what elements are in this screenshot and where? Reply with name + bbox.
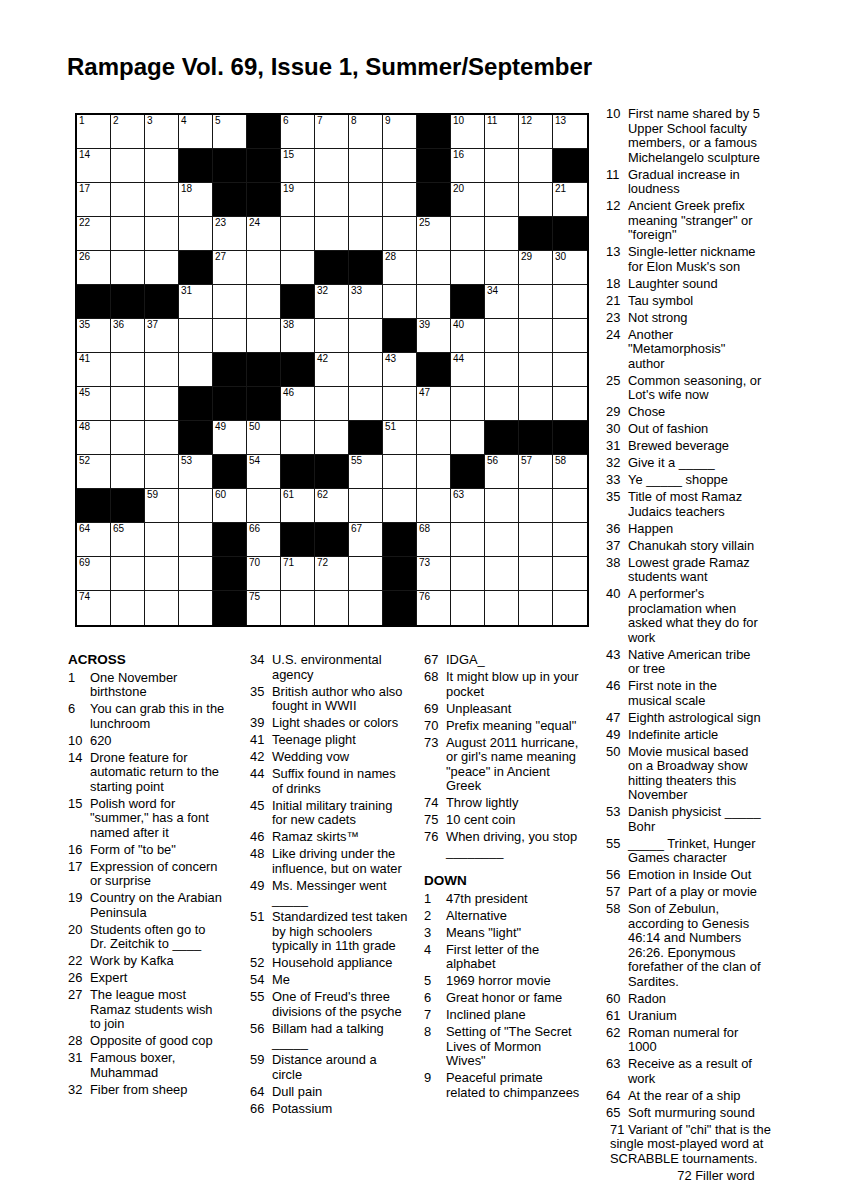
clue-item: 48Like driving under the influence, but … [250, 847, 426, 876]
white-cell[interactable] [281, 591, 315, 625]
white-cell[interactable] [145, 557, 179, 591]
white-cell[interactable] [315, 217, 349, 251]
clue-number: 15 [68, 797, 90, 841]
white-cell[interactable] [485, 523, 519, 557]
white-cell[interactable]: 48 [77, 421, 111, 455]
white-cell[interactable]: 21 [553, 183, 587, 217]
white-cell[interactable] [451, 387, 485, 421]
cell-number: 14 [79, 149, 90, 160]
white-cell[interactable] [247, 251, 281, 285]
clue-number: 33 [606, 473, 628, 488]
clue-text: Ye _____ shoppe [628, 473, 826, 488]
white-cell[interactable] [417, 455, 451, 489]
clue-text: Students often go to Dr. Zeitchik to ___… [90, 923, 248, 952]
white-cell[interactable]: 41 [77, 353, 111, 387]
white-cell[interactable] [519, 557, 553, 591]
white-cell[interactable]: 1 [77, 115, 111, 149]
white-cell[interactable]: 32 [315, 285, 349, 319]
white-cell[interactable] [281, 421, 315, 455]
clue-number: 19 [68, 891, 90, 920]
white-cell[interactable]: 26 [77, 251, 111, 285]
white-cell[interactable] [383, 285, 417, 319]
clue-item: 31Brewed beverage [606, 439, 826, 454]
clue-text: Roman numeral for 1000 [628, 1026, 826, 1055]
clue-item: 56Emotion in Inside Out [606, 868, 826, 883]
black-cell [281, 455, 315, 489]
clue-text: Part of a play or movie [628, 885, 826, 900]
cell-number: 33 [351, 285, 362, 296]
black-cell [213, 353, 247, 387]
white-cell[interactable]: 50 [247, 421, 281, 455]
white-cell[interactable] [383, 217, 417, 251]
clue-number: 70 [424, 719, 446, 734]
clue-number: 1 [424, 892, 446, 907]
clue-item: 6Great honor or fame [424, 991, 602, 1006]
white-cell[interactable]: 58 [553, 455, 587, 489]
white-cell[interactable] [485, 557, 519, 591]
clue-text: You can grab this in the lunchroom [90, 702, 248, 731]
clue-text: Initial military training for new cadets [272, 799, 426, 828]
white-cell[interactable]: 75 [247, 591, 281, 625]
white-cell[interactable] [247, 319, 281, 353]
white-cell[interactable] [451, 591, 485, 625]
white-cell[interactable]: 31 [179, 285, 213, 319]
white-cell[interactable] [485, 251, 519, 285]
white-cell[interactable] [519, 285, 553, 319]
white-cell[interactable] [519, 591, 553, 625]
white-cell[interactable]: 72 [315, 557, 349, 591]
white-cell[interactable]: 38 [281, 319, 315, 353]
white-cell[interactable]: 44 [451, 353, 485, 387]
white-cell[interactable]: 24 [247, 217, 281, 251]
clue-text: First letter of the alphabet [446, 943, 602, 972]
clue-item: 51Standardized test taken by high school… [250, 910, 426, 954]
white-cell[interactable] [179, 489, 213, 523]
white-cell[interactable]: 53 [179, 455, 213, 489]
white-cell[interactable] [315, 387, 349, 421]
clue-number: 4 [424, 943, 446, 972]
white-cell[interactable]: 76 [417, 591, 451, 625]
cell-number: 50 [249, 421, 260, 432]
white-cell[interactable]: 13 [553, 115, 587, 149]
black-cell [179, 421, 213, 455]
cell-number: 13 [555, 115, 566, 126]
white-cell[interactable] [145, 387, 179, 421]
white-cell[interactable] [349, 149, 383, 183]
across-heading: ACROSS [68, 653, 248, 668]
clue-number: 12 [606, 199, 628, 243]
white-cell[interactable]: 62 [315, 489, 349, 523]
white-cell[interactable] [111, 591, 145, 625]
clue-text: When driving, you stop ________ [446, 830, 602, 859]
white-cell[interactable]: 16 [451, 149, 485, 183]
clue-text: Household appliance [272, 956, 426, 971]
black-cell [383, 523, 417, 557]
white-cell[interactable] [485, 217, 519, 251]
clue-item: 20Students often go to Dr. Zeitchik to _… [68, 923, 248, 952]
clue-number: 26 [68, 971, 90, 986]
clue-text: 620 [90, 734, 248, 749]
white-cell[interactable]: 47 [417, 387, 451, 421]
clue-text: Potassium [272, 1102, 426, 1117]
white-cell[interactable] [145, 455, 179, 489]
clue-item: 40A performer's proclamation when asked … [606, 587, 826, 645]
white-cell[interactable]: 49 [213, 421, 247, 455]
clue-number: 64 [606, 1089, 628, 1104]
white-cell[interactable]: 69 [77, 557, 111, 591]
clue-number: 2 [424, 909, 446, 924]
white-cell[interactable]: 37 [145, 319, 179, 353]
white-cell[interactable] [111, 557, 145, 591]
white-cell[interactable]: 45 [77, 387, 111, 421]
white-cell[interactable]: 8 [349, 115, 383, 149]
clue-item: 10620 [68, 734, 248, 749]
clue-item: 54Me [250, 973, 426, 988]
white-cell[interactable]: 71 [281, 557, 315, 591]
white-cell[interactable]: 43 [383, 353, 417, 387]
cell-number: 37 [147, 319, 158, 330]
clue-text: Happen [628, 522, 826, 537]
white-cell[interactable]: 14 [77, 149, 111, 183]
white-cell[interactable] [553, 591, 587, 625]
white-cell[interactable] [145, 591, 179, 625]
white-cell[interactable] [519, 489, 553, 523]
white-cell[interactable] [145, 149, 179, 183]
white-cell[interactable]: 5 [213, 115, 247, 149]
white-cell[interactable]: 46 [281, 387, 315, 421]
white-cell[interactable] [451, 523, 485, 557]
white-cell[interactable] [145, 183, 179, 217]
white-cell[interactable] [383, 387, 417, 421]
clue-item: 46Ramaz skirts™ [250, 830, 426, 845]
clue-number: 11 [606, 168, 628, 197]
white-cell[interactable]: 35 [77, 319, 111, 353]
white-cell[interactable] [179, 319, 213, 353]
white-cell[interactable] [213, 319, 247, 353]
across-down-clues-column-3: 67IDGA_68It might blow up in your pocket… [424, 653, 602, 1103]
white-cell[interactable] [145, 353, 179, 387]
white-cell[interactable]: 34 [485, 285, 519, 319]
white-cell[interactable]: 23 [213, 217, 247, 251]
white-cell[interactable] [451, 421, 485, 455]
white-cell[interactable]: 27 [213, 251, 247, 285]
white-cell[interactable] [485, 489, 519, 523]
white-cell[interactable] [553, 489, 587, 523]
cell-number: 19 [283, 183, 294, 194]
white-cell[interactable] [145, 421, 179, 455]
white-cell[interactable] [315, 183, 349, 217]
white-cell[interactable] [383, 183, 417, 217]
clue-number: 25 [606, 374, 628, 403]
white-cell[interactable] [349, 557, 383, 591]
white-cell[interactable] [247, 285, 281, 319]
white-cell[interactable]: 6 [281, 115, 315, 149]
white-cell[interactable] [281, 251, 315, 285]
clue-text: Dull pain [272, 1085, 426, 1100]
clue-item: 44Suffix found in names of drinks [250, 767, 426, 796]
white-cell[interactable] [247, 489, 281, 523]
clue-text: Tau symbol [628, 294, 826, 309]
white-cell[interactable]: 74 [77, 591, 111, 625]
white-cell[interactable] [485, 183, 519, 217]
white-cell[interactable]: 17 [77, 183, 111, 217]
white-cell[interactable]: 54 [247, 455, 281, 489]
white-cell[interactable]: 51 [383, 421, 417, 455]
white-cell[interactable]: 4 [179, 115, 213, 149]
white-cell[interactable] [553, 285, 587, 319]
white-cell[interactable] [111, 149, 145, 183]
white-cell[interactable]: 10 [451, 115, 485, 149]
white-cell[interactable] [485, 591, 519, 625]
white-cell[interactable] [417, 285, 451, 319]
white-cell[interactable]: 70 [247, 557, 281, 591]
white-cell[interactable]: 9 [383, 115, 417, 149]
cell-number: 26 [79, 251, 90, 262]
clue-item: 76When driving, you stop ________ [424, 830, 602, 859]
white-cell[interactable]: 66 [247, 523, 281, 557]
white-cell[interactable] [417, 489, 451, 523]
clue-number: 73 [424, 736, 446, 794]
white-cell[interactable] [111, 353, 145, 387]
clue-item: 4First letter of the alphabet [424, 943, 602, 972]
black-cell [417, 353, 451, 387]
white-cell[interactable]: 2 [111, 115, 145, 149]
clue-item: 69Unpleasant [424, 702, 602, 717]
white-cell[interactable]: 40 [451, 319, 485, 353]
white-cell[interactable] [315, 591, 349, 625]
white-cell[interactable] [553, 353, 587, 387]
white-cell[interactable] [485, 149, 519, 183]
clue-item: 25Common seasoning, or Lot's wife now [606, 374, 826, 403]
white-cell[interactable] [485, 387, 519, 421]
white-cell[interactable] [519, 149, 553, 183]
white-cell[interactable] [111, 455, 145, 489]
white-cell[interactable] [111, 251, 145, 285]
white-cell[interactable] [553, 387, 587, 421]
white-cell[interactable] [553, 557, 587, 591]
white-cell[interactable] [383, 455, 417, 489]
clue-item: 74Throw lightly [424, 796, 602, 811]
clue-number: 6 [424, 991, 446, 1006]
white-cell[interactable] [349, 183, 383, 217]
white-cell[interactable] [213, 285, 247, 319]
cell-number: 4 [181, 115, 187, 126]
white-cell[interactable] [383, 489, 417, 523]
white-cell[interactable] [451, 217, 485, 251]
cell-number: 62 [317, 489, 328, 500]
black-cell [315, 455, 349, 489]
white-cell[interactable] [553, 523, 587, 557]
clue-item: 63Receive as a result of work [606, 1057, 826, 1086]
white-cell[interactable] [349, 319, 383, 353]
cell-number: 48 [79, 421, 90, 432]
clue-text: Movie musical based on a Broadway show h… [628, 745, 826, 803]
clue-item: 11Gradual increase in loudness [606, 168, 826, 197]
white-cell[interactable] [111, 183, 145, 217]
white-cell[interactable] [111, 387, 145, 421]
white-cell[interactable]: 39 [417, 319, 451, 353]
clue-text: Great honor or fame [446, 991, 602, 1006]
white-cell[interactable] [179, 217, 213, 251]
white-cell[interactable]: 61 [281, 489, 315, 523]
white-cell[interactable] [179, 557, 213, 591]
clue-number: 76 [424, 830, 446, 859]
across-clue-list-3: 67IDGA_68It might blow up in your pocket… [424, 653, 602, 859]
cell-number: 51 [385, 421, 396, 432]
white-cell[interactable] [451, 557, 485, 591]
white-cell[interactable] [349, 217, 383, 251]
clue-item: 28Opposite of good cop [68, 1034, 248, 1049]
black-cell [383, 319, 417, 353]
clue-item: 1One November birthstone [68, 671, 248, 700]
white-cell[interactable] [315, 149, 349, 183]
white-cell[interactable]: 12 [519, 115, 553, 149]
clue-item: 7510 cent coin [424, 813, 602, 828]
clue-number: 64 [250, 1085, 272, 1100]
cell-number: 28 [385, 251, 396, 262]
black-cell [451, 285, 485, 319]
clue-item: 72 Filler word [606, 1169, 826, 1184]
clue-number: 7 [424, 1008, 446, 1023]
white-cell[interactable] [519, 183, 553, 217]
white-cell[interactable] [485, 353, 519, 387]
cell-number: 42 [317, 353, 328, 364]
white-cell[interactable]: 18 [179, 183, 213, 217]
clue-text: A performer's proclamation when asked wh… [628, 587, 826, 645]
white-cell[interactable] [485, 319, 519, 353]
white-cell[interactable]: 20 [451, 183, 485, 217]
black-cell [349, 251, 383, 285]
white-cell[interactable] [349, 353, 383, 387]
black-cell [213, 557, 247, 591]
cell-number: 34 [487, 285, 498, 296]
white-cell[interactable] [553, 319, 587, 353]
across-clue-list-1: 1One November birthstone6You can grab th… [68, 671, 248, 1098]
white-cell[interactable]: 59 [145, 489, 179, 523]
clue-text: Give it a _____ [628, 456, 826, 471]
white-cell[interactable]: 60 [213, 489, 247, 523]
white-cell[interactable] [315, 319, 349, 353]
white-cell[interactable]: 68 [417, 523, 451, 557]
white-cell[interactable] [315, 421, 349, 455]
white-cell[interactable] [281, 217, 315, 251]
white-cell[interactable] [417, 251, 451, 285]
cell-number: 58 [555, 455, 566, 466]
white-cell[interactable] [179, 353, 213, 387]
white-cell[interactable] [349, 591, 383, 625]
black-cell [417, 183, 451, 217]
white-cell[interactable]: 55 [349, 455, 383, 489]
white-cell[interactable]: 29 [519, 251, 553, 285]
clue-text: Form of "to be" [90, 843, 248, 858]
clue-text: Common seasoning, or Lot's wife now [628, 374, 826, 403]
white-cell[interactable]: 30 [553, 251, 587, 285]
white-cell[interactable]: 15 [281, 149, 315, 183]
white-cell[interactable] [145, 251, 179, 285]
cell-number: 46 [283, 387, 294, 398]
white-cell[interactable]: 52 [77, 455, 111, 489]
white-cell[interactable]: 28 [383, 251, 417, 285]
clue-item: 15Polish word for "summer," has a font n… [68, 797, 248, 841]
clue-number: 8 [424, 1025, 446, 1069]
cell-number: 20 [453, 183, 464, 194]
cell-number: 17 [79, 183, 90, 194]
clue-item: 64Dull pain [250, 1085, 426, 1100]
white-cell[interactable]: 22 [77, 217, 111, 251]
page-title: Rampage Vol. 69, Issue 1, Summer/Septemb… [67, 53, 592, 81]
cell-number: 22 [79, 217, 90, 228]
white-cell[interactable]: 25 [417, 217, 451, 251]
white-cell[interactable]: 3 [145, 115, 179, 149]
clue-number: 52 [250, 956, 272, 971]
cell-number: 7 [317, 115, 323, 126]
black-cell [247, 149, 281, 183]
white-cell[interactable]: 63 [451, 489, 485, 523]
white-cell[interactable] [111, 421, 145, 455]
black-cell [281, 285, 315, 319]
white-cell[interactable] [145, 217, 179, 251]
white-cell[interactable] [451, 251, 485, 285]
white-cell[interactable] [383, 149, 417, 183]
clue-number: 53 [606, 805, 628, 834]
white-cell[interactable] [519, 523, 553, 557]
clue-number: 75 [424, 813, 446, 828]
page: Rampage Vol. 69, Issue 1, Summer/Septemb… [0, 0, 849, 1200]
clue-number: 39 [250, 716, 272, 731]
clue-item: 24Another "Metamorphosis" author [606, 328, 826, 372]
white-cell[interactable] [179, 591, 213, 625]
white-cell[interactable] [519, 387, 553, 421]
white-cell[interactable]: 73 [417, 557, 451, 591]
white-cell[interactable]: 19 [281, 183, 315, 217]
white-cell[interactable]: 57 [519, 455, 553, 489]
clue-item: 35Title of most Ramaz Judaics teachers [606, 490, 826, 519]
white-cell[interactable]: 65 [111, 523, 145, 557]
white-cell[interactable] [145, 523, 179, 557]
clue-number: 6 [68, 702, 90, 731]
clue-number: 46 [250, 830, 272, 845]
white-cell[interactable] [417, 421, 451, 455]
black-cell [111, 285, 145, 319]
black-cell [247, 387, 281, 421]
white-cell[interactable]: 11 [485, 115, 519, 149]
white-cell[interactable] [349, 387, 383, 421]
white-cell[interactable]: 67 [349, 523, 383, 557]
white-cell[interactable]: 33 [349, 285, 383, 319]
white-cell[interactable]: 56 [485, 455, 519, 489]
clue-item: 53Danish physicist _____ Bohr [606, 805, 826, 834]
clue-number: 5 [424, 974, 446, 989]
white-cell[interactable] [519, 319, 553, 353]
black-cell [213, 591, 247, 625]
white-cell[interactable] [519, 353, 553, 387]
clue-number: 57 [606, 885, 628, 900]
white-cell[interactable] [111, 217, 145, 251]
clue-number: 31 [606, 439, 628, 454]
white-cell[interactable] [349, 489, 383, 523]
white-cell[interactable]: 64 [77, 523, 111, 557]
cell-number: 61 [283, 489, 294, 500]
across-clues-column-2: 34U.S. environmental agency35British aut… [250, 653, 426, 1119]
white-cell[interactable] [179, 523, 213, 557]
clue-number: 48 [250, 847, 272, 876]
white-cell[interactable]: 7 [315, 115, 349, 149]
clue-text: Setting of "The Secret Lives of Mormon W… [446, 1025, 602, 1069]
white-cell[interactable]: 42 [315, 353, 349, 387]
clue-text: Distance around a circle [272, 1053, 426, 1082]
white-cell[interactable]: 36 [111, 319, 145, 353]
clue-item: 57Part of a play or movie [606, 885, 826, 900]
